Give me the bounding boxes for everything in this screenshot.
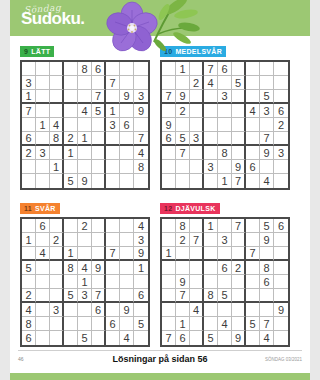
cell-r3c8[interactable] (120, 247, 134, 261)
cell-r9c1[interactable]: 6 (22, 331, 36, 345)
cell-r4c8[interactable] (120, 104, 134, 118)
cell-r8c3[interactable]: 1 (50, 160, 64, 174)
cell-r6c4[interactable]: 5 (64, 289, 78, 303)
cell-r4c7[interactable] (106, 261, 120, 275)
cell-r8c1[interactable] (162, 160, 176, 174)
cell-r7c2[interactable]: 7 (176, 146, 190, 160)
cell-r3c7[interactable] (246, 90, 260, 104)
cell-r4c5[interactable]: 4 (78, 104, 92, 118)
cell-r3c2[interactable] (176, 247, 190, 261)
cell-r2c6[interactable] (92, 76, 106, 90)
cell-r8c6[interactable] (92, 317, 106, 331)
cell-r8c4[interactable] (204, 317, 218, 331)
cell-r3c3[interactable] (50, 247, 64, 261)
cell-r4c1[interactable]: 7 (22, 104, 36, 118)
cell-r5c3[interactable] (190, 275, 204, 289)
cell-r8c2[interactable]: 1 (176, 317, 190, 331)
cell-r7c2[interactable] (36, 303, 50, 317)
cell-r3c7[interactable]: 7 (246, 247, 260, 261)
cell-r5c7[interactable] (246, 275, 260, 289)
cell-r7c6[interactable] (232, 146, 246, 160)
cell-r7c9[interactable]: 3 (274, 146, 288, 160)
cell-r1c1[interactable] (22, 62, 36, 76)
cell-r6c3[interactable] (190, 289, 204, 303)
cell-r1c7[interactable] (246, 62, 260, 76)
cell-r7c8[interactable] (260, 303, 274, 317)
cell-r8c3[interactable] (190, 317, 204, 331)
cell-r3c4[interactable] (204, 247, 218, 261)
cell-r5c1[interactable] (22, 118, 36, 132)
cell-r9c2[interactable]: 6 (176, 331, 190, 345)
cell-r6c2[interactable]: 5 (176, 132, 190, 146)
cell-r6c8[interactable] (120, 132, 134, 146)
cell-r4c4[interactable] (204, 261, 218, 275)
cell-r3c9[interactable]: 9 (134, 247, 148, 261)
cell-r2c4[interactable] (64, 76, 78, 90)
cell-r1c1[interactable] (22, 219, 36, 233)
cell-r4c1[interactable] (162, 261, 176, 275)
cell-r2c7[interactable]: 7 (106, 76, 120, 90)
cell-r7c8[interactable]: 9 (260, 146, 274, 160)
cell-r6c9[interactable] (274, 132, 288, 146)
cell-r6c8[interactable] (120, 289, 134, 303)
cell-r7c9[interactable] (134, 303, 148, 317)
cell-r8c3[interactable] (50, 317, 64, 331)
cell-r5c7[interactable] (246, 118, 260, 132)
cell-r8c8[interactable] (120, 160, 134, 174)
cell-r7c5[interactable]: 8 (218, 146, 232, 160)
cell-r3c6[interactable]: 7 (92, 90, 106, 104)
cell-r9c6[interactable] (92, 174, 106, 188)
cell-r3c8[interactable]: 9 (120, 90, 134, 104)
cell-r9c2[interactable] (36, 331, 50, 345)
cell-r5c6[interactable] (92, 275, 106, 289)
cell-r1c8[interactable] (120, 62, 134, 76)
cell-r2c1[interactable]: 1 (22, 233, 36, 247)
cell-r9c9[interactable] (134, 174, 148, 188)
cell-r1c5[interactable]: 8 (78, 62, 92, 76)
cell-r8c9[interactable]: 8 (134, 160, 148, 174)
cell-r6c4[interactable]: 2 (64, 132, 78, 146)
cell-r9c7[interactable] (246, 331, 260, 345)
cell-r5c9[interactable] (274, 275, 288, 289)
cell-r1c3[interactable] (190, 62, 204, 76)
cell-r7c7[interactable] (106, 146, 120, 160)
cell-r6c7[interactable] (106, 289, 120, 303)
cell-r4c1[interactable] (162, 104, 176, 118)
cell-r4c8[interactable]: 8 (260, 261, 274, 275)
cell-r4c9[interactable]: 1 (134, 261, 148, 275)
cell-r9c4[interactable]: 5 (64, 174, 78, 188)
cell-r6c1[interactable]: 6 (22, 132, 36, 146)
cell-r9c3[interactable] (50, 331, 64, 345)
cell-r2c5[interactable] (78, 76, 92, 90)
cell-r8c5[interactable] (78, 317, 92, 331)
cell-r1c1[interactable] (162, 219, 176, 233)
cell-r5c5[interactable] (218, 275, 232, 289)
cell-r7c9[interactable]: 9 (274, 303, 288, 317)
cell-r5c6[interactable] (232, 275, 246, 289)
cell-r5c7[interactable] (106, 275, 120, 289)
cell-r3c4[interactable] (204, 90, 218, 104)
cell-r9c7[interactable] (106, 331, 120, 345)
cell-r2c1[interactable]: 3 (22, 76, 36, 90)
cell-r5c8[interactable]: 6 (260, 275, 274, 289)
cell-r9c2[interactable] (176, 174, 190, 188)
cell-r6c2[interactable]: 7 (176, 289, 190, 303)
cell-r7c8[interactable]: 9 (120, 303, 134, 317)
cell-r8c8[interactable] (260, 160, 274, 174)
cell-r6c4[interactable] (204, 132, 218, 146)
cell-r5c6[interactable] (232, 118, 246, 132)
cell-r4c5[interactable]: 6 (218, 261, 232, 275)
cell-r6c5[interactable]: 1 (78, 132, 92, 146)
cell-r6c1[interactable]: 2 (22, 289, 36, 303)
cell-r9c7[interactable] (106, 174, 120, 188)
cell-r7c3[interactable]: 4 (190, 303, 204, 317)
cell-r5c8[interactable] (260, 118, 274, 132)
cell-r5c1[interactable] (162, 275, 176, 289)
cell-r7c7[interactable] (246, 303, 260, 317)
cell-r9c5[interactable]: 1 (218, 174, 232, 188)
cell-r9c4[interactable] (64, 331, 78, 345)
cell-r2c9[interactable] (134, 76, 148, 90)
cell-r9c8[interactable]: 4 (260, 331, 274, 345)
cell-r4c8[interactable] (120, 261, 134, 275)
cell-r7c4[interactable]: 1 (64, 146, 78, 160)
cell-r8c2[interactable] (36, 317, 50, 331)
cell-r3c6[interactable] (232, 247, 246, 261)
cell-r2c8[interactable]: 9 (260, 233, 274, 247)
cell-r6c2[interactable] (36, 132, 50, 146)
cell-r6c2[interactable] (36, 289, 50, 303)
cell-r5c3[interactable] (190, 118, 204, 132)
cell-r2c5[interactable] (218, 76, 232, 90)
cell-r6c3[interactable]: 3 (190, 132, 204, 146)
cell-r7c4[interactable] (64, 303, 78, 317)
cell-r1c5[interactable]: 2 (78, 219, 92, 233)
cell-r9c2[interactable] (36, 174, 50, 188)
cell-r3c5[interactable]: 3 (218, 90, 232, 104)
cell-r3c2[interactable]: 4 (36, 247, 50, 261)
cell-r7c4[interactable] (204, 146, 218, 160)
cell-r2c7[interactable] (246, 233, 260, 247)
cell-r4c9[interactable] (274, 261, 288, 275)
cell-r9c6[interactable]: 7 (232, 174, 246, 188)
cell-r1c7[interactable] (106, 62, 120, 76)
cell-r6c8[interactable]: 7 (260, 132, 274, 146)
cell-r7c6[interactable] (92, 146, 106, 160)
cell-r5c8[interactable]: 6 (120, 118, 134, 132)
cell-r4c3[interactable] (50, 261, 64, 275)
cell-r3c1[interactable]: 7 (162, 90, 176, 104)
cell-r2c6[interactable] (232, 233, 246, 247)
cell-r7c8[interactable] (120, 146, 134, 160)
cell-r1c8[interactable] (120, 219, 134, 233)
cell-r2c2[interactable] (36, 76, 50, 90)
cell-r5c2[interactable]: 1 (36, 118, 50, 132)
cell-r6c5[interactable]: 3 (78, 289, 92, 303)
cell-r2c4[interactable]: 4 (204, 76, 218, 90)
cell-r9c6[interactable] (92, 331, 106, 345)
cell-r2c2[interactable] (36, 233, 50, 247)
cell-r1c9[interactable]: 6 (274, 219, 288, 233)
cell-r7c2[interactable]: 3 (36, 146, 50, 160)
cell-r2c8[interactable] (120, 233, 134, 247)
cell-r1c6[interactable]: 7 (232, 219, 246, 233)
cell-r8c4[interactable] (64, 160, 78, 174)
cell-r5c6[interactable] (92, 118, 106, 132)
cell-r7c1[interactable]: 4 (22, 303, 36, 317)
cell-r9c8[interactable] (120, 174, 134, 188)
cell-r5c7[interactable]: 3 (106, 118, 120, 132)
cell-r4c2[interactable] (36, 261, 50, 275)
cell-r8c7[interactable]: 5 (246, 317, 260, 331)
cell-r5c5[interactable] (78, 118, 92, 132)
cell-r9c5[interactable]: 9 (78, 174, 92, 188)
cell-r6c5[interactable] (218, 132, 232, 146)
cell-r8c2[interactable] (36, 160, 50, 174)
cell-r5c4[interactable] (64, 118, 78, 132)
cell-r8c4[interactable] (64, 317, 78, 331)
cell-r3c9[interactable] (274, 90, 288, 104)
cell-r1c1[interactable] (162, 62, 176, 76)
cell-r7c6[interactable]: 6 (92, 303, 106, 317)
cell-r4c2[interactable] (176, 261, 190, 275)
cell-r8c9[interactable] (274, 317, 288, 331)
cell-r9c5[interactable] (218, 331, 232, 345)
cell-r9c7[interactable] (246, 174, 260, 188)
cell-r6c7[interactable] (246, 132, 260, 146)
cell-r6c9[interactable]: 6 (134, 289, 148, 303)
cell-r6c1[interactable]: 6 (162, 132, 176, 146)
cell-r1c4[interactable]: 7 (204, 62, 218, 76)
cell-r3c7[interactable]: 7 (106, 247, 120, 261)
cell-r8c5[interactable]: 4 (218, 317, 232, 331)
cell-r2c5[interactable]: 3 (218, 233, 232, 247)
cell-r5c3[interactable] (50, 275, 64, 289)
cell-r1c6[interactable]: 6 (92, 62, 106, 76)
cell-r8c4[interactable]: 3 (204, 160, 218, 174)
cell-r4c3[interactable] (190, 104, 204, 118)
cell-r7c2[interactable] (176, 303, 190, 317)
cell-r9c3[interactable] (190, 174, 204, 188)
cell-r2c3[interactable]: 7 (190, 233, 204, 247)
cell-r4c7[interactable] (246, 261, 260, 275)
cell-r6c3[interactable] (50, 289, 64, 303)
cell-r6c9[interactable]: 7 (134, 132, 148, 146)
cell-r1c4[interactable] (64, 62, 78, 76)
cell-r7c7[interactable] (246, 146, 260, 160)
cell-r8c9[interactable]: 5 (134, 317, 148, 331)
cell-r5c5[interactable]: 1 (78, 275, 92, 289)
cell-r4c2[interactable]: 2 (176, 104, 190, 118)
cell-r1c2[interactable]: 8 (176, 219, 190, 233)
cell-r6c3[interactable]: 8 (50, 132, 64, 146)
cell-r2c9[interactable] (274, 76, 288, 90)
cell-r7c3[interactable] (190, 146, 204, 160)
cell-r1c8[interactable]: 5 (260, 219, 274, 233)
cell-r5c4[interactable] (64, 275, 78, 289)
cell-r4c3[interactable] (50, 104, 64, 118)
cell-r2c7[interactable] (246, 76, 260, 90)
cell-r5c3[interactable]: 4 (50, 118, 64, 132)
cell-r5c2[interactable] (176, 118, 190, 132)
cell-r8c9[interactable] (274, 160, 288, 174)
cell-r2c2[interactable] (176, 76, 190, 90)
cell-r7c1[interactable] (162, 303, 176, 317)
cell-r4c6[interactable]: 5 (92, 104, 106, 118)
cell-r9c9[interactable] (274, 174, 288, 188)
cell-r6c6[interactable]: 7 (92, 289, 106, 303)
cell-r6c7[interactable] (106, 132, 120, 146)
cell-r2c9[interactable]: 3 (134, 233, 148, 247)
cell-r9c3[interactable] (190, 331, 204, 345)
cell-r6c7[interactable] (246, 289, 260, 303)
cell-r5c2[interactable]: 9 (176, 275, 190, 289)
cell-r7c3[interactable]: 3 (50, 303, 64, 317)
cell-r2c1[interactable] (162, 76, 176, 90)
cell-r8c1[interactable] (162, 317, 176, 331)
cell-r8c6[interactable] (232, 317, 246, 331)
cell-r8c7[interactable]: 6 (246, 160, 260, 174)
cell-r7c5[interactable] (78, 303, 92, 317)
cell-r8c5[interactable] (218, 160, 232, 174)
cell-r4c4[interactable] (64, 104, 78, 118)
cell-r9c3[interactable] (50, 174, 64, 188)
cell-r4c4[interactable] (204, 104, 218, 118)
cell-r1c5[interactable] (218, 219, 232, 233)
cell-r5c9[interactable]: 2 (274, 118, 288, 132)
cell-r1c9[interactable] (134, 62, 148, 76)
cell-r2c3[interactable]: 2 (190, 76, 204, 90)
cell-r4c5[interactable] (218, 104, 232, 118)
cell-r8c2[interactable] (176, 160, 190, 174)
cell-r9c1[interactable] (162, 174, 176, 188)
cell-r4c6[interactable]: 9 (92, 261, 106, 275)
cell-r6c9[interactable] (274, 289, 288, 303)
cell-r8c8[interactable]: 7 (260, 317, 274, 331)
cell-r4c9[interactable]: 9 (134, 104, 148, 118)
cell-r9c8[interactable]: 4 (120, 331, 134, 345)
cell-r1c4[interactable] (64, 219, 78, 233)
cell-r2c7[interactable] (106, 233, 120, 247)
cell-r8c7[interactable] (106, 160, 120, 174)
cell-r2c4[interactable] (64, 233, 78, 247)
cell-r3c5[interactable] (78, 90, 92, 104)
cell-r1c9[interactable]: 4 (134, 219, 148, 233)
cell-r1c2[interactable]: 6 (36, 219, 50, 233)
cell-r9c4[interactable] (204, 174, 218, 188)
cell-r4c4[interactable]: 8 (64, 261, 78, 275)
cell-r1c3[interactable] (190, 219, 204, 233)
cell-r3c4[interactable] (64, 90, 78, 104)
cell-r4c1[interactable]: 5 (22, 261, 36, 275)
cell-r7c5[interactable] (78, 146, 92, 160)
cell-r6c6[interactable] (232, 132, 246, 146)
cell-r8c1[interactable] (22, 160, 36, 174)
cell-r3c1[interactable] (22, 247, 36, 261)
cell-r4c7[interactable]: 4 (246, 104, 260, 118)
cell-r6c6[interactable] (92, 132, 106, 146)
cell-r2c3[interactable] (50, 76, 64, 90)
cell-r5c8[interactable] (120, 275, 134, 289)
cell-r1c2[interactable]: 1 (176, 62, 190, 76)
cell-r9c9[interactable] (134, 331, 148, 345)
cell-r3c2[interactable]: 9 (176, 90, 190, 104)
cell-r7c1[interactable] (162, 146, 176, 160)
cell-r3c9[interactable]: 3 (134, 90, 148, 104)
cell-r2c1[interactable] (162, 233, 176, 247)
cell-r5c2[interactable] (36, 275, 50, 289)
cell-r4c6[interactable]: 2 (232, 261, 246, 275)
cell-r5c5[interactable] (218, 118, 232, 132)
cell-r3c1[interactable]: 1 (22, 90, 36, 104)
cell-r9c1[interactable]: 7 (162, 331, 176, 345)
cell-r4c6[interactable] (232, 104, 246, 118)
cell-r5c1[interactable] (22, 275, 36, 289)
cell-r1c5[interactable]: 6 (218, 62, 232, 76)
cell-r1c4[interactable]: 1 (204, 219, 218, 233)
cell-r2c4[interactable] (204, 233, 218, 247)
cell-r5c4[interactable] (204, 118, 218, 132)
cell-r5c9[interactable] (134, 275, 148, 289)
cell-r3c7[interactable] (106, 90, 120, 104)
cell-r3c3[interactable] (50, 90, 64, 104)
cell-r1c3[interactable] (50, 62, 64, 76)
cell-r4c5[interactable]: 4 (78, 261, 92, 275)
cell-r6c1[interactable] (162, 289, 176, 303)
cell-r4c7[interactable]: 1 (106, 104, 120, 118)
cell-r9c1[interactable] (22, 174, 36, 188)
cell-r5c4[interactable] (204, 275, 218, 289)
cell-r8c5[interactable] (78, 160, 92, 174)
cell-r9c8[interactable]: 4 (260, 174, 274, 188)
cell-r7c6[interactable] (232, 303, 246, 317)
cell-r8c6[interactable] (92, 160, 106, 174)
cell-r2c6[interactable] (92, 233, 106, 247)
cell-r9c9[interactable] (274, 331, 288, 345)
cell-r9c4[interactable]: 5 (204, 331, 218, 345)
cell-r9c6[interactable]: 9 (232, 331, 246, 345)
cell-r3c6[interactable] (92, 247, 106, 261)
cell-r8c8[interactable] (120, 317, 134, 331)
cell-r5c1[interactable]: 9 (162, 118, 176, 132)
cell-r3c3[interactable] (190, 247, 204, 261)
cell-r7c9[interactable]: 4 (134, 146, 148, 160)
cell-r3c2[interactable] (36, 90, 50, 104)
cell-r3c9[interactable] (274, 247, 288, 261)
cell-r1c8[interactable] (260, 62, 274, 76)
cell-r7c1[interactable]: 2 (22, 146, 36, 160)
cell-r4c3[interactable] (190, 261, 204, 275)
cell-r2c2[interactable]: 2 (176, 233, 190, 247)
cell-r4c9[interactable]: 6 (274, 104, 288, 118)
cell-r7c4[interactable] (204, 303, 218, 317)
cell-r5c9[interactable] (134, 118, 148, 132)
cell-r7c3[interactable] (50, 146, 64, 160)
cell-r2c6[interactable]: 5 (232, 76, 246, 90)
cell-r3c3[interactable] (190, 90, 204, 104)
cell-r9c5[interactable]: 5 (78, 331, 92, 345)
cell-r8c6[interactable]: 9 (232, 160, 246, 174)
cell-r6c8[interactable] (260, 289, 274, 303)
cell-r3c8[interactable]: 5 (260, 90, 274, 104)
cell-r1c3[interactable] (50, 219, 64, 233)
cell-r2c8[interactable] (120, 76, 134, 90)
cell-r3c4[interactable]: 1 (64, 247, 78, 261)
cell-r1c7[interactable] (246, 219, 260, 233)
